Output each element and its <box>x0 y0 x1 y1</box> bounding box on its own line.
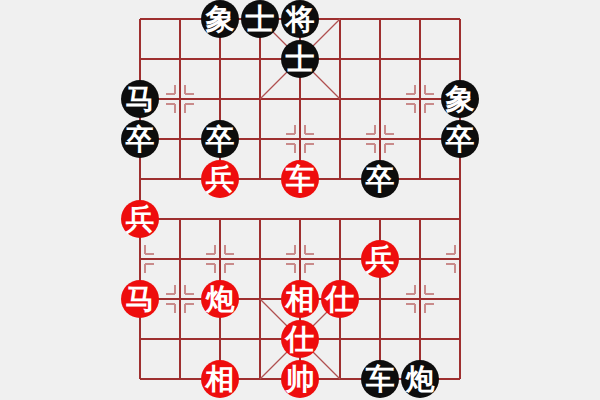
piece-black-b-i8[interactable]: 象 <box>441 80 479 118</box>
piece-red-p-a5[interactable]: 兵 <box>121 200 159 238</box>
piece-red-n-a3[interactable]: 马 <box>121 280 159 318</box>
piece-black-k-e10[interactable]: 将 <box>281 0 319 38</box>
piece-red-c-c3[interactable]: 炮 <box>201 280 239 318</box>
piece-black-r-g1[interactable]: 车 <box>361 360 399 398</box>
xiangqi-board-area: 象士将士马象卒卒卒兵车卒兵兵马炮相仕仕相帅车炮 <box>0 0 600 400</box>
piece-black-a-e9[interactable]: 士 <box>281 40 319 78</box>
piece-black-c-h1[interactable]: 炮 <box>401 360 439 398</box>
piece-black-b-c10[interactable]: 象 <box>201 0 239 38</box>
piece-black-p-g6[interactable]: 卒 <box>361 160 399 198</box>
piece-black-p-c7[interactable]: 卒 <box>201 120 239 158</box>
piece-black-n-a8[interactable]: 马 <box>121 80 159 118</box>
piece-black-p-a7[interactable]: 卒 <box>121 120 159 158</box>
piece-black-p-i7[interactable]: 卒 <box>441 120 479 158</box>
piece-red-p-g4[interactable]: 兵 <box>361 240 399 278</box>
piece-red-r-e6[interactable]: 车 <box>281 160 319 198</box>
piece-black-a-d10[interactable]: 士 <box>241 0 279 38</box>
piece-red-k-e1[interactable]: 帅 <box>281 360 319 398</box>
piece-red-p-c6[interactable]: 兵 <box>201 160 239 198</box>
piece-red-a-f3[interactable]: 仕 <box>321 280 359 318</box>
piece-red-a-e2[interactable]: 仕 <box>281 320 319 358</box>
piece-red-b-e3[interactable]: 相 <box>281 280 319 318</box>
piece-red-b-c1[interactable]: 相 <box>201 360 239 398</box>
